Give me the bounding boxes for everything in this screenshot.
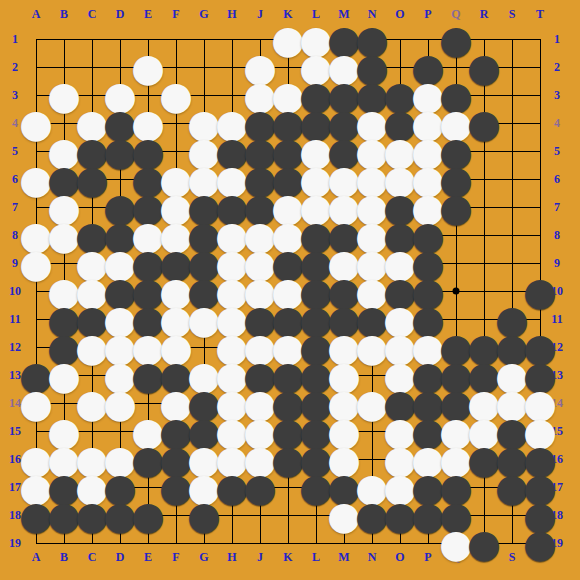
row-label-right: 2: [554, 60, 560, 75]
row-label-right: 3: [554, 88, 560, 103]
column-label-bottom: B: [60, 550, 68, 565]
row-label-right: 16: [551, 452, 563, 467]
column-label-top: R: [480, 7, 489, 22]
column-label-top: Q: [451, 7, 460, 22]
star-point: [117, 288, 124, 295]
row-label-right: 9: [554, 256, 560, 271]
row-label-left: 11: [9, 312, 20, 327]
row-label-left: 1: [12, 32, 18, 47]
column-label-bottom: P: [424, 550, 431, 565]
star-point: [285, 120, 292, 127]
column-label-bottom: R: [480, 550, 489, 565]
column-label-bottom: O: [395, 550, 404, 565]
row-label-left: 2: [12, 60, 18, 75]
column-label-top: K: [283, 7, 292, 22]
row-label-left: 18: [9, 508, 21, 523]
row-label-left: 4: [12, 116, 18, 131]
star-point: [117, 456, 124, 463]
row-label-left: 15: [9, 424, 21, 439]
row-label-right: 13: [551, 368, 563, 383]
row-label-left: 16: [9, 452, 21, 467]
row-label-left: 8: [12, 228, 18, 243]
row-label-right: 12: [551, 340, 563, 355]
row-label-right: 7: [554, 200, 560, 215]
row-label-right: 1: [554, 32, 560, 47]
column-label-top: L: [312, 7, 320, 22]
star-point: [285, 456, 292, 463]
star-point: [453, 288, 460, 295]
row-label-left: 5: [12, 144, 18, 159]
column-label-top: N: [368, 7, 377, 22]
column-label-bottom: Q: [451, 550, 460, 565]
row-label-right: 19: [551, 536, 563, 551]
row-label-right: 18: [551, 508, 563, 523]
row-label-left: 12: [9, 340, 21, 355]
column-label-top: T: [536, 7, 544, 22]
column-label-top: G: [199, 7, 208, 22]
column-label-bottom: L: [312, 550, 320, 565]
row-label-left: 6: [12, 172, 18, 187]
column-label-top: P: [424, 7, 431, 22]
row-label-right: 6: [554, 172, 560, 187]
column-label-bottom: N: [368, 550, 377, 565]
column-label-bottom: E: [144, 550, 152, 565]
column-label-bottom: K: [283, 550, 292, 565]
row-label-left: 17: [9, 480, 21, 495]
row-label-left: 3: [12, 88, 18, 103]
column-label-top: J: [257, 7, 263, 22]
column-label-top: C: [88, 7, 97, 22]
column-label-top: S: [509, 7, 516, 22]
column-label-top: O: [395, 7, 404, 22]
row-label-left: 13: [9, 368, 21, 383]
star-point: [117, 120, 124, 127]
row-label-right: 4: [554, 116, 560, 131]
star-point: [285, 288, 292, 295]
column-label-bottom: C: [88, 550, 97, 565]
column-label-bottom: D: [116, 550, 125, 565]
column-label-bottom: H: [227, 550, 236, 565]
column-label-top: F: [172, 7, 179, 22]
row-label-right: 8: [554, 228, 560, 243]
column-label-bottom: G: [199, 550, 208, 565]
row-label-left: 14: [9, 396, 21, 411]
star-point: [453, 120, 460, 127]
go-board[interactable]: ABCDEFGHJKLMNOPQRSTABCDEFGHJKLMNOPQRST12…: [0, 0, 580, 580]
column-label-bottom: F: [172, 550, 179, 565]
column-label-top: B: [60, 7, 68, 22]
column-label-bottom: S: [509, 550, 516, 565]
star-point: [453, 456, 460, 463]
row-label-left: 9: [12, 256, 18, 271]
column-label-top: H: [227, 7, 236, 22]
row-label-right: 14: [551, 396, 563, 411]
column-label-bottom: A: [32, 550, 41, 565]
column-label-bottom: T: [536, 550, 544, 565]
row-label-left: 10: [9, 284, 21, 299]
row-label-right: 17: [551, 480, 563, 495]
column-label-top: A: [32, 7, 41, 22]
row-label-left: 19: [9, 536, 21, 551]
column-label-top: D: [116, 7, 125, 22]
column-label-bottom: M: [338, 550, 349, 565]
column-label-bottom: J: [257, 550, 263, 565]
row-label-left: 7: [12, 200, 18, 215]
row-label-right: 10: [551, 284, 563, 299]
column-label-top: E: [144, 7, 152, 22]
row-label-right: 15: [551, 424, 563, 439]
column-label-top: M: [338, 7, 349, 22]
row-label-right: 5: [554, 144, 560, 159]
row-label-right: 11: [551, 312, 562, 327]
